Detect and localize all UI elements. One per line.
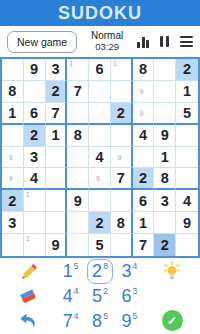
cell-r8c9[interactable]: 9: [176, 212, 198, 234]
numpad-count-badge: 5: [103, 312, 108, 321]
app-header: SUDOKU: [0, 0, 200, 26]
numpad-digit: 4: [63, 286, 73, 306]
cell-r7c7[interactable]: 6: [133, 190, 155, 212]
toolbar-icons: [137, 36, 193, 48]
cell-r4c1[interactable]: [2, 125, 24, 147]
numpad-digit: 1: [63, 261, 73, 281]
pencil-mark-r1c6: 1: [113, 60, 117, 67]
cell-r6c7[interactable]: 2: [133, 168, 155, 190]
cell-r4c2[interactable]: 2: [24, 125, 46, 147]
cell-r7c8[interactable]: 3: [154, 190, 176, 212]
undo-icon[interactable]: [18, 310, 38, 332]
cell-r5c7[interactable]: [133, 147, 155, 169]
sudoku-app: SUDOKU New game Normal 03:29 93161828279…: [0, 0, 200, 334]
cell-r8c1[interactable]: 3: [2, 212, 24, 234]
numpad-count-badge: 5: [74, 262, 79, 271]
cell-r3c1[interactable]: 1: [2, 103, 24, 125]
cell-r8c8[interactable]: [154, 212, 176, 234]
cell-r6c4[interactable]: [67, 168, 89, 190]
cell-r3c4[interactable]: [67, 103, 89, 125]
numpad-button-6[interactable]: 63: [116, 284, 142, 309]
numpad-button-9[interactable]: 95: [116, 309, 142, 334]
cell-r6c8[interactable]: 8: [154, 168, 176, 190]
pencil-icon[interactable]: [18, 261, 39, 283]
pencil-svg: [18, 262, 39, 283]
cell-r1c7[interactable]: 8: [133, 59, 155, 81]
numpad-count-badge: 4: [132, 262, 137, 271]
numpad: 152834445263748595: [56, 258, 144, 334]
cell-r1c2[interactable]: 9: [24, 59, 46, 81]
pencil-mark-r6c5: 9: [96, 175, 100, 182]
new-game-button[interactable]: New game: [7, 31, 77, 53]
numpad-digit: 8: [92, 311, 102, 331]
cell-r6c3[interactable]: [46, 168, 68, 190]
cell-r1c8[interactable]: [154, 59, 176, 81]
numpad-button-5[interactable]: 52: [87, 284, 113, 309]
numpad-button-1[interactable]: 15: [58, 259, 84, 284]
cell-r8c6[interactable]: 8: [111, 212, 133, 234]
cell-r4c6[interactable]: [111, 125, 133, 147]
numpad-count-badge: 8: [103, 262, 108, 271]
app-title: SUDOKU: [58, 3, 142, 24]
pencil-mark-r9c2: 1: [26, 235, 30, 242]
cell-r8c5[interactable]: 2: [89, 212, 111, 234]
cell-r1c6[interactable]: 1: [111, 59, 133, 81]
eraser-svg: [18, 286, 38, 306]
cell-r9c5[interactable]: 5: [89, 234, 111, 256]
cell-r3c8[interactable]: [154, 103, 176, 125]
numpad-count-badge: 4: [74, 312, 79, 321]
cell-r5c3[interactable]: [46, 147, 68, 169]
numpad-count-badge: 3: [132, 287, 137, 296]
cell-r1c1[interactable]: [2, 59, 24, 81]
cell-r5c6[interactable]: 9: [111, 147, 133, 169]
cell-r3c5[interactable]: [89, 103, 111, 125]
cell-r6c1[interactable]: 9: [2, 168, 24, 190]
cell-r4c4[interactable]: 8: [67, 125, 89, 147]
cell-r2c9[interactable]: 1: [176, 81, 198, 103]
cell-r9c8[interactable]: 2: [154, 234, 176, 256]
numpad-button-3[interactable]: 34: [116, 259, 142, 284]
cell-r6c9[interactable]: [176, 168, 198, 190]
left-tools: [0, 258, 56, 334]
cell-r7c3[interactable]: [46, 190, 68, 212]
stats-icon[interactable]: [137, 36, 149, 48]
pencil-mark-r1c4: 1: [69, 60, 73, 67]
cell-r3c3[interactable]: 7: [46, 103, 68, 125]
numpad-digit: 3: [121, 261, 131, 281]
cell-r6c2[interactable]: 4: [24, 168, 46, 190]
pencil-mark-r5c1: 9: [9, 153, 13, 160]
cell-r4c9[interactable]: [176, 125, 198, 147]
cell-r6c6[interactable]: 7: [111, 168, 133, 190]
cell-r4c3[interactable]: 1: [46, 125, 68, 147]
cell-r2c1[interactable]: 8: [2, 81, 24, 103]
check-circle: ✓: [162, 310, 183, 331]
cell-r1c5[interactable]: 6: [89, 59, 111, 81]
numpad-button-2[interactable]: 28: [87, 259, 113, 284]
numpad-button-7[interactable]: 74: [58, 309, 84, 334]
cell-r9c3[interactable]: 9: [46, 234, 68, 256]
timer: 03:29: [83, 42, 131, 53]
pause-icon[interactable]: [160, 36, 169, 47]
right-tools: ✓: [144, 258, 200, 334]
cell-r1c9[interactable]: 2: [176, 59, 198, 81]
numpad-digit: 2: [92, 261, 102, 281]
cell-r2c4[interactable]: 7: [67, 81, 89, 103]
toolbar: New game Normal 03:29: [0, 26, 200, 57]
cell-r9c1[interactable]: [2, 234, 24, 256]
cell-r6c5[interactable]: 9: [89, 168, 111, 190]
cell-r9c6[interactable]: [111, 234, 133, 256]
numpad-count-badge: 2: [103, 287, 108, 296]
numpad-count-badge: 4: [74, 287, 79, 296]
numpad-digit: 7: [63, 311, 73, 331]
cell-r8c2[interactable]: [24, 212, 46, 234]
numpad-digit: 9: [121, 311, 131, 331]
numpad-count-badge: 5: [132, 312, 137, 321]
cell-r5c8[interactable]: 1: [154, 147, 176, 169]
cell-r7c4[interactable]: 9: [67, 190, 89, 212]
cell-r8c4[interactable]: [67, 212, 89, 234]
eraser-icon[interactable]: [18, 285, 38, 307]
cell-r2c2[interactable]: [24, 81, 46, 103]
cell-r5c4[interactable]: [67, 147, 89, 169]
cell-r2c5[interactable]: [89, 81, 111, 103]
sudoku-board: 9316182827911672952184993491949728219634…: [0, 57, 200, 258]
pencil-mark-r3c7: 9: [139, 109, 143, 116]
cell-r1c4[interactable]: 1: [67, 59, 89, 81]
numpad-button-4[interactable]: 44: [58, 284, 84, 309]
menu-icon[interactable]: [180, 36, 193, 47]
level-info: Normal 03:29: [83, 30, 131, 52]
pencil-mark-r2c7: 9: [139, 88, 143, 95]
cell-r5c9[interactable]: [176, 147, 198, 169]
pencil-mark-r7c2: 1: [26, 191, 30, 198]
numpad-digit: 5: [92, 286, 102, 306]
pencil-mark-r5c6: 9: [117, 153, 121, 160]
undo-svg: [18, 311, 38, 331]
cell-r3c9[interactable]: 5: [176, 103, 198, 125]
cell-r4c7[interactable]: 4: [133, 125, 155, 147]
cell-r2c7[interactable]: 9: [133, 81, 155, 103]
cell-r7c5[interactable]: [89, 190, 111, 212]
hint-icon[interactable]: [162, 261, 182, 283]
cell-r7c2[interactable]: 1: [24, 190, 46, 212]
numpad-digit: 6: [121, 286, 131, 306]
bulb-svg: [162, 261, 182, 283]
cell-r5c2[interactable]: 3: [24, 147, 46, 169]
cell-r1c3[interactable]: 3: [46, 59, 68, 81]
cell-r2c6[interactable]: [111, 81, 133, 103]
cell-r9c9[interactable]: [176, 234, 198, 256]
numpad-button-8[interactable]: 85: [87, 309, 113, 334]
cell-r9c7[interactable]: 7: [133, 234, 155, 256]
cell-r4c8[interactable]: 9: [154, 125, 176, 147]
cell-r8c7[interactable]: 1: [133, 212, 155, 234]
cell-r7c1[interactable]: 2: [2, 190, 24, 212]
cell-r3c2[interactable]: 6: [24, 103, 46, 125]
cell-r3c7[interactable]: 9: [133, 103, 155, 125]
cell-r3c6[interactable]: 2: [111, 103, 133, 125]
cell-r5c1[interactable]: 9: [2, 147, 24, 169]
cell-r4c5[interactable]: [89, 125, 111, 147]
cell-r7c6[interactable]: [111, 190, 133, 212]
controls: 152834445263748595 ✓: [0, 258, 200, 334]
pencil-mark-r6c1: 9: [9, 175, 13, 182]
cell-r2c8[interactable]: [154, 81, 176, 103]
cell-r9c4[interactable]: [67, 234, 89, 256]
cell-r5c5[interactable]: 4: [89, 147, 111, 169]
cell-r9c2[interactable]: 1: [24, 234, 46, 256]
check-icon[interactable]: ✓: [162, 310, 183, 332]
cell-r2c3[interactable]: 2: [46, 81, 68, 103]
cell-r7c9[interactable]: 4: [176, 190, 198, 212]
cell-r8c3[interactable]: [46, 212, 68, 234]
